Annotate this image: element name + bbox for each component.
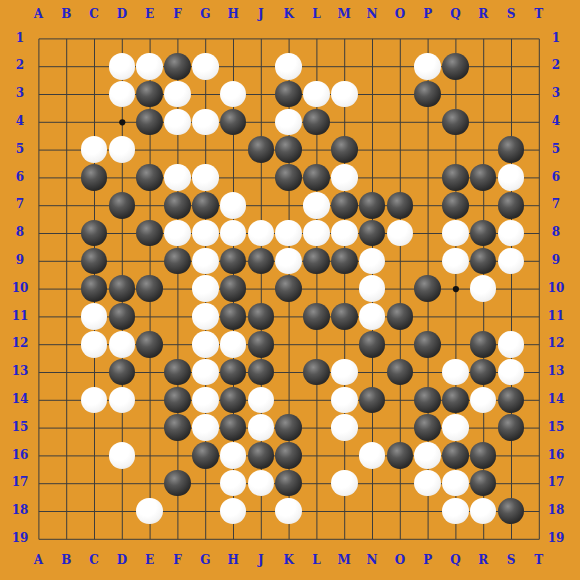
intersection-N7[interactable]	[358, 191, 386, 219]
intersection-A9[interactable]	[25, 247, 53, 275]
intersection-O8[interactable]	[386, 219, 414, 247]
intersection-G13[interactable]	[191, 358, 219, 386]
intersection-E19[interactable]	[136, 525, 164, 553]
intersection-F4[interactable]	[164, 108, 192, 136]
intersection-C2[interactable]	[80, 52, 108, 80]
intersection-K17[interactable]	[275, 469, 303, 497]
intersection-J7[interactable]	[247, 191, 275, 219]
intersection-T8[interactable]	[525, 219, 553, 247]
intersection-H3[interactable]	[219, 80, 247, 108]
intersection-L1[interactable]	[303, 25, 331, 53]
intersection-D17[interactable]	[108, 469, 136, 497]
intersection-N13[interactable]	[358, 358, 386, 386]
intersection-C7[interactable]	[80, 191, 108, 219]
intersection-B17[interactable]	[52, 469, 80, 497]
intersection-N11[interactable]	[358, 303, 386, 331]
intersection-G15[interactable]	[191, 414, 219, 442]
intersection-K13[interactable]	[275, 358, 303, 386]
intersection-Q15[interactable]	[442, 414, 470, 442]
intersection-F7[interactable]	[164, 191, 192, 219]
intersection-S9[interactable]	[497, 247, 525, 275]
intersection-K8[interactable]	[275, 219, 303, 247]
intersection-B13[interactable]	[52, 358, 80, 386]
intersection-T2[interactable]	[525, 52, 553, 80]
intersection-T4[interactable]	[525, 108, 553, 136]
intersection-C5[interactable]	[80, 136, 108, 164]
intersection-T12[interactable]	[525, 330, 553, 358]
intersection-D10[interactable]	[108, 275, 136, 303]
intersection-O19[interactable]	[386, 525, 414, 553]
intersection-K15[interactable]	[275, 414, 303, 442]
intersection-M18[interactable]	[330, 497, 358, 525]
intersection-M15[interactable]	[330, 414, 358, 442]
intersection-D11[interactable]	[108, 303, 136, 331]
intersection-J6[interactable]	[247, 164, 275, 192]
intersection-L10[interactable]	[303, 275, 331, 303]
intersection-O6[interactable]	[386, 164, 414, 192]
intersection-D16[interactable]	[108, 442, 136, 470]
intersection-Q9[interactable]	[442, 247, 470, 275]
intersection-G1[interactable]	[191, 25, 219, 53]
intersection-E15[interactable]	[136, 414, 164, 442]
intersection-A19[interactable]	[25, 525, 53, 553]
intersection-F2[interactable]	[164, 52, 192, 80]
intersection-H1[interactable]	[219, 25, 247, 53]
intersection-F14[interactable]	[164, 386, 192, 414]
intersection-P18[interactable]	[414, 497, 442, 525]
intersection-B4[interactable]	[52, 108, 80, 136]
intersection-E9[interactable]	[136, 247, 164, 275]
intersection-O15[interactable]	[386, 414, 414, 442]
intersection-E12[interactable]	[136, 330, 164, 358]
intersection-P9[interactable]	[414, 247, 442, 275]
intersection-D13[interactable]	[108, 358, 136, 386]
intersection-R8[interactable]	[469, 219, 497, 247]
intersection-M6[interactable]	[330, 164, 358, 192]
intersection-K2[interactable]	[275, 52, 303, 80]
intersection-C6[interactable]	[80, 164, 108, 192]
intersection-B11[interactable]	[52, 303, 80, 331]
intersection-E6[interactable]	[136, 164, 164, 192]
intersection-T13[interactable]	[525, 358, 553, 386]
intersection-L2[interactable]	[303, 52, 331, 80]
intersection-N17[interactable]	[358, 469, 386, 497]
intersection-D12[interactable]	[108, 330, 136, 358]
intersection-R19[interactable]	[469, 525, 497, 553]
intersection-B12[interactable]	[52, 330, 80, 358]
intersection-R1[interactable]	[469, 25, 497, 53]
intersection-Q19[interactable]	[442, 525, 470, 553]
intersection-L16[interactable]	[303, 442, 331, 470]
intersection-T11[interactable]	[525, 303, 553, 331]
intersection-F16[interactable]	[164, 442, 192, 470]
intersection-N5[interactable]	[358, 136, 386, 164]
intersection-K14[interactable]	[275, 386, 303, 414]
intersection-D15[interactable]	[108, 414, 136, 442]
intersection-L18[interactable]	[303, 497, 331, 525]
intersection-O12[interactable]	[386, 330, 414, 358]
intersection-C13[interactable]	[80, 358, 108, 386]
intersection-J2[interactable]	[247, 52, 275, 80]
intersection-K18[interactable]	[275, 497, 303, 525]
intersection-O1[interactable]	[386, 25, 414, 53]
intersection-K6[interactable]	[275, 164, 303, 192]
intersection-P1[interactable]	[414, 25, 442, 53]
intersection-T6[interactable]	[525, 164, 553, 192]
intersection-P19[interactable]	[414, 525, 442, 553]
intersection-R18[interactable]	[469, 497, 497, 525]
intersection-R15[interactable]	[469, 414, 497, 442]
intersection-R16[interactable]	[469, 442, 497, 470]
intersection-M5[interactable]	[330, 136, 358, 164]
intersection-B14[interactable]	[52, 386, 80, 414]
intersection-A7[interactable]	[25, 191, 53, 219]
intersection-P4[interactable]	[414, 108, 442, 136]
intersection-C4[interactable]	[80, 108, 108, 136]
intersection-P17[interactable]	[414, 469, 442, 497]
intersection-N3[interactable]	[358, 80, 386, 108]
intersection-T15[interactable]	[525, 414, 553, 442]
intersection-D18[interactable]	[108, 497, 136, 525]
intersection-F18[interactable]	[164, 497, 192, 525]
intersection-O14[interactable]	[386, 386, 414, 414]
intersection-K12[interactable]	[275, 330, 303, 358]
intersection-L8[interactable]	[303, 219, 331, 247]
intersection-G12[interactable]	[191, 330, 219, 358]
intersection-B7[interactable]	[52, 191, 80, 219]
intersection-M8[interactable]	[330, 219, 358, 247]
intersection-R14[interactable]	[469, 386, 497, 414]
intersection-L6[interactable]	[303, 164, 331, 192]
intersection-P8[interactable]	[414, 219, 442, 247]
intersection-T19[interactable]	[525, 525, 553, 553]
intersection-P15[interactable]	[414, 414, 442, 442]
intersection-D3[interactable]	[108, 80, 136, 108]
intersection-F13[interactable]	[164, 358, 192, 386]
intersection-O9[interactable]	[386, 247, 414, 275]
intersection-N15[interactable]	[358, 414, 386, 442]
intersection-L15[interactable]	[303, 414, 331, 442]
intersection-E17[interactable]	[136, 469, 164, 497]
intersection-T14[interactable]	[525, 386, 553, 414]
intersection-H16[interactable]	[219, 442, 247, 470]
intersection-O3[interactable]	[386, 80, 414, 108]
intersection-D5[interactable]	[108, 136, 136, 164]
intersection-H5[interactable]	[219, 136, 247, 164]
intersection-A12[interactable]	[25, 330, 53, 358]
intersection-J14[interactable]	[247, 386, 275, 414]
intersection-J12[interactable]	[247, 330, 275, 358]
intersection-K7[interactable]	[275, 191, 303, 219]
intersection-J18[interactable]	[247, 497, 275, 525]
intersection-P5[interactable]	[414, 136, 442, 164]
intersection-N19[interactable]	[358, 525, 386, 553]
intersection-L14[interactable]	[303, 386, 331, 414]
intersection-D8[interactable]	[108, 219, 136, 247]
intersection-R3[interactable]	[469, 80, 497, 108]
intersection-J11[interactable]	[247, 303, 275, 331]
intersection-M19[interactable]	[330, 525, 358, 553]
intersection-Q8[interactable]	[442, 219, 470, 247]
intersection-G11[interactable]	[191, 303, 219, 331]
intersection-A14[interactable]	[25, 386, 53, 414]
intersection-M13[interactable]	[330, 358, 358, 386]
intersection-R12[interactable]	[469, 330, 497, 358]
intersection-D7[interactable]	[108, 191, 136, 219]
intersection-R13[interactable]	[469, 358, 497, 386]
intersection-L12[interactable]	[303, 330, 331, 358]
intersection-K10[interactable]	[275, 275, 303, 303]
intersection-S1[interactable]	[497, 25, 525, 53]
intersection-M2[interactable]	[330, 52, 358, 80]
intersection-E14[interactable]	[136, 386, 164, 414]
intersection-K5[interactable]	[275, 136, 303, 164]
intersection-C15[interactable]	[80, 414, 108, 442]
intersection-E8[interactable]	[136, 219, 164, 247]
intersection-D19[interactable]	[108, 525, 136, 553]
intersection-C18[interactable]	[80, 497, 108, 525]
intersection-E10[interactable]	[136, 275, 164, 303]
intersection-E7[interactable]	[136, 191, 164, 219]
intersection-G17[interactable]	[191, 469, 219, 497]
intersection-J8[interactable]	[247, 219, 275, 247]
intersection-N18[interactable]	[358, 497, 386, 525]
intersection-N8[interactable]	[358, 219, 386, 247]
intersection-S14[interactable]	[497, 386, 525, 414]
intersection-P7[interactable]	[414, 191, 442, 219]
intersection-G8[interactable]	[191, 219, 219, 247]
intersection-Q16[interactable]	[442, 442, 470, 470]
intersection-T9[interactable]	[525, 247, 553, 275]
intersection-E16[interactable]	[136, 442, 164, 470]
board-play-area[interactable]	[25, 25, 553, 553]
intersection-J4[interactable]	[247, 108, 275, 136]
intersection-S3[interactable]	[497, 80, 525, 108]
intersection-C19[interactable]	[80, 525, 108, 553]
intersection-G4[interactable]	[191, 108, 219, 136]
intersection-E4[interactable]	[136, 108, 164, 136]
intersection-R10[interactable]	[469, 275, 497, 303]
intersection-H4[interactable]	[219, 108, 247, 136]
intersection-M4[interactable]	[330, 108, 358, 136]
intersection-L17[interactable]	[303, 469, 331, 497]
intersection-F1[interactable]	[164, 25, 192, 53]
intersection-K19[interactable]	[275, 525, 303, 553]
intersection-P6[interactable]	[414, 164, 442, 192]
intersection-B6[interactable]	[52, 164, 80, 192]
intersection-F17[interactable]	[164, 469, 192, 497]
intersection-L13[interactable]	[303, 358, 331, 386]
intersection-H9[interactable]	[219, 247, 247, 275]
intersection-S13[interactable]	[497, 358, 525, 386]
intersection-J9[interactable]	[247, 247, 275, 275]
intersection-K9[interactable]	[275, 247, 303, 275]
intersection-F19[interactable]	[164, 525, 192, 553]
intersection-P11[interactable]	[414, 303, 442, 331]
intersection-D2[interactable]	[108, 52, 136, 80]
intersection-P2[interactable]	[414, 52, 442, 80]
intersection-H17[interactable]	[219, 469, 247, 497]
intersection-J10[interactable]	[247, 275, 275, 303]
intersection-O16[interactable]	[386, 442, 414, 470]
intersection-S19[interactable]	[497, 525, 525, 553]
intersection-H11[interactable]	[219, 303, 247, 331]
intersection-D6[interactable]	[108, 164, 136, 192]
intersection-N1[interactable]	[358, 25, 386, 53]
intersection-P10[interactable]	[414, 275, 442, 303]
intersection-N9[interactable]	[358, 247, 386, 275]
intersection-B2[interactable]	[52, 52, 80, 80]
intersection-O13[interactable]	[386, 358, 414, 386]
intersection-O10[interactable]	[386, 275, 414, 303]
intersection-D14[interactable]	[108, 386, 136, 414]
intersection-D4[interactable]	[108, 108, 136, 136]
intersection-S5[interactable]	[497, 136, 525, 164]
intersection-B15[interactable]	[52, 414, 80, 442]
intersection-L5[interactable]	[303, 136, 331, 164]
intersection-Q3[interactable]	[442, 80, 470, 108]
intersection-H18[interactable]	[219, 497, 247, 525]
intersection-R2[interactable]	[469, 52, 497, 80]
intersection-B10[interactable]	[52, 275, 80, 303]
intersection-E3[interactable]	[136, 80, 164, 108]
intersection-R11[interactable]	[469, 303, 497, 331]
intersection-A2[interactable]	[25, 52, 53, 80]
intersection-C12[interactable]	[80, 330, 108, 358]
intersection-T5[interactable]	[525, 136, 553, 164]
intersection-J5[interactable]	[247, 136, 275, 164]
intersection-S16[interactable]	[497, 442, 525, 470]
intersection-S18[interactable]	[497, 497, 525, 525]
intersection-H13[interactable]	[219, 358, 247, 386]
intersection-B5[interactable]	[52, 136, 80, 164]
intersection-Q14[interactable]	[442, 386, 470, 414]
intersection-F10[interactable]	[164, 275, 192, 303]
intersection-T7[interactable]	[525, 191, 553, 219]
intersection-G2[interactable]	[191, 52, 219, 80]
intersection-Q13[interactable]	[442, 358, 470, 386]
intersection-Q18[interactable]	[442, 497, 470, 525]
intersection-E18[interactable]	[136, 497, 164, 525]
intersection-L9[interactable]	[303, 247, 331, 275]
intersection-C3[interactable]	[80, 80, 108, 108]
intersection-C16[interactable]	[80, 442, 108, 470]
intersection-E2[interactable]	[136, 52, 164, 80]
intersection-H12[interactable]	[219, 330, 247, 358]
intersection-T3[interactable]	[525, 80, 553, 108]
intersection-E1[interactable]	[136, 25, 164, 53]
intersection-B8[interactable]	[52, 219, 80, 247]
intersection-S7[interactable]	[497, 191, 525, 219]
intersection-P13[interactable]	[414, 358, 442, 386]
intersection-K3[interactable]	[275, 80, 303, 108]
intersection-J3[interactable]	[247, 80, 275, 108]
intersection-C17[interactable]	[80, 469, 108, 497]
intersection-N6[interactable]	[358, 164, 386, 192]
intersection-S11[interactable]	[497, 303, 525, 331]
intersection-N12[interactable]	[358, 330, 386, 358]
intersection-G14[interactable]	[191, 386, 219, 414]
intersection-O18[interactable]	[386, 497, 414, 525]
intersection-S2[interactable]	[497, 52, 525, 80]
intersection-P16[interactable]	[414, 442, 442, 470]
intersection-D9[interactable]	[108, 247, 136, 275]
intersection-M11[interactable]	[330, 303, 358, 331]
intersection-Q2[interactable]	[442, 52, 470, 80]
intersection-A10[interactable]	[25, 275, 53, 303]
intersection-G10[interactable]	[191, 275, 219, 303]
intersection-T16[interactable]	[525, 442, 553, 470]
intersection-J19[interactable]	[247, 525, 275, 553]
intersection-M16[interactable]	[330, 442, 358, 470]
intersection-N10[interactable]	[358, 275, 386, 303]
intersection-F12[interactable]	[164, 330, 192, 358]
intersection-H15[interactable]	[219, 414, 247, 442]
intersection-R7[interactable]	[469, 191, 497, 219]
intersection-B1[interactable]	[52, 25, 80, 53]
intersection-G3[interactable]	[191, 80, 219, 108]
intersection-T1[interactable]	[525, 25, 553, 53]
intersection-J13[interactable]	[247, 358, 275, 386]
intersection-Q10[interactable]	[442, 275, 470, 303]
intersection-N2[interactable]	[358, 52, 386, 80]
intersection-A1[interactable]	[25, 25, 53, 53]
intersection-F11[interactable]	[164, 303, 192, 331]
intersection-M12[interactable]	[330, 330, 358, 358]
intersection-C9[interactable]	[80, 247, 108, 275]
intersection-F6[interactable]	[164, 164, 192, 192]
intersection-O2[interactable]	[386, 52, 414, 80]
intersection-L4[interactable]	[303, 108, 331, 136]
intersection-R5[interactable]	[469, 136, 497, 164]
intersection-G9[interactable]	[191, 247, 219, 275]
intersection-F9[interactable]	[164, 247, 192, 275]
intersection-H2[interactable]	[219, 52, 247, 80]
intersection-S15[interactable]	[497, 414, 525, 442]
intersection-L19[interactable]	[303, 525, 331, 553]
intersection-A5[interactable]	[25, 136, 53, 164]
intersection-A15[interactable]	[25, 414, 53, 442]
intersection-G5[interactable]	[191, 136, 219, 164]
intersection-J17[interactable]	[247, 469, 275, 497]
intersection-E11[interactable]	[136, 303, 164, 331]
intersection-T17[interactable]	[525, 469, 553, 497]
intersection-M7[interactable]	[330, 191, 358, 219]
intersection-S17[interactable]	[497, 469, 525, 497]
intersection-C14[interactable]	[80, 386, 108, 414]
intersection-D1[interactable]	[108, 25, 136, 53]
intersection-S6[interactable]	[497, 164, 525, 192]
intersection-S8[interactable]	[497, 219, 525, 247]
intersection-R6[interactable]	[469, 164, 497, 192]
intersection-R9[interactable]	[469, 247, 497, 275]
intersection-Q5[interactable]	[442, 136, 470, 164]
intersection-T18[interactable]	[525, 497, 553, 525]
intersection-J16[interactable]	[247, 442, 275, 470]
intersection-A13[interactable]	[25, 358, 53, 386]
intersection-M9[interactable]	[330, 247, 358, 275]
intersection-F5[interactable]	[164, 136, 192, 164]
intersection-S12[interactable]	[497, 330, 525, 358]
intersection-K1[interactable]	[275, 25, 303, 53]
intersection-O17[interactable]	[386, 469, 414, 497]
intersection-B19[interactable]	[52, 525, 80, 553]
intersection-P14[interactable]	[414, 386, 442, 414]
intersection-J1[interactable]	[247, 25, 275, 53]
intersection-C11[interactable]	[80, 303, 108, 331]
intersection-P12[interactable]	[414, 330, 442, 358]
intersection-L11[interactable]	[303, 303, 331, 331]
